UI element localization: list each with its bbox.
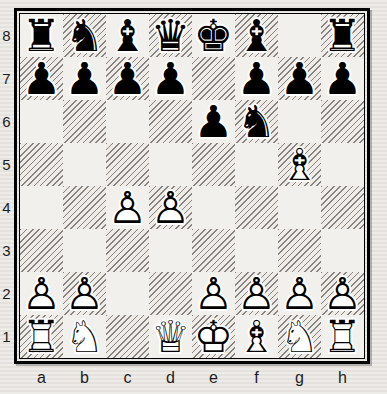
white-pawn-a2: ♟♙ xyxy=(20,272,63,315)
piece-glyph: ♚ xyxy=(194,14,233,57)
piece-glyph: ♟ xyxy=(194,100,233,143)
piece-outline-layer: ♔ xyxy=(194,315,233,358)
black-pawn-h7: ♟ xyxy=(321,57,364,100)
square-d6 xyxy=(149,100,192,143)
white-pawn-b2: ♟♙ xyxy=(63,272,106,315)
black-pawn-e6: ♟ xyxy=(192,100,235,143)
square-c1 xyxy=(106,315,149,358)
piece-outline-layer: ♘ xyxy=(280,315,319,358)
file-label-a: a xyxy=(20,366,63,390)
piece-outline-layer: ♗ xyxy=(280,143,319,186)
piece-outline-layer: ♙ xyxy=(65,272,104,315)
square-d8: ♛ xyxy=(149,14,192,57)
rank-label-3: 3 xyxy=(0,229,13,272)
piece-glyph: ♟ xyxy=(323,57,362,100)
square-f4 xyxy=(235,186,278,229)
black-pawn-a7: ♟ xyxy=(20,57,63,100)
white-bishop-f1: ♝♗ xyxy=(235,315,278,358)
white-pawn-f2: ♟♙ xyxy=(235,272,278,315)
square-d4: ♟♙ xyxy=(149,186,192,229)
square-f6: ♞ xyxy=(235,100,278,143)
white-knight-g1: ♞♘ xyxy=(278,315,321,358)
white-pawn-e2: ♟♙ xyxy=(192,272,235,315)
square-f3 xyxy=(235,229,278,272)
square-e4 xyxy=(192,186,235,229)
square-c4: ♟♙ xyxy=(106,186,149,229)
white-pawn-g2: ♟♙ xyxy=(278,272,321,315)
square-b6 xyxy=(63,100,106,143)
square-f5 xyxy=(235,143,278,186)
rank-label-7: 7 xyxy=(0,57,13,100)
square-a8: ♜ xyxy=(20,14,63,57)
square-g4 xyxy=(278,186,321,229)
square-e8: ♚ xyxy=(192,14,235,57)
square-a4 xyxy=(20,186,63,229)
square-a3 xyxy=(20,229,63,272)
black-bishop-f8: ♝ xyxy=(235,14,278,57)
file-label-e: e xyxy=(192,366,235,390)
piece-glyph: ♛ xyxy=(151,14,190,57)
square-c6 xyxy=(106,100,149,143)
square-b2: ♟♙ xyxy=(63,272,106,315)
square-b8: ♞ xyxy=(63,14,106,57)
piece-outline-layer: ♙ xyxy=(280,272,319,315)
square-g3 xyxy=(278,229,321,272)
square-a1: ♜♖ xyxy=(20,315,63,358)
square-e2: ♟♙ xyxy=(192,272,235,315)
square-f8: ♝ xyxy=(235,14,278,57)
white-rook-a1: ♜♖ xyxy=(20,315,63,358)
piece-glyph: ♟ xyxy=(280,57,319,100)
square-h8: ♜ xyxy=(321,14,364,57)
piece-outline-layer: ♙ xyxy=(108,186,147,229)
square-e6: ♟ xyxy=(192,100,235,143)
file-label-b: b xyxy=(63,366,106,390)
file-label-h: h xyxy=(321,366,364,390)
white-knight-b1: ♞♘ xyxy=(63,315,106,358)
piece-outline-layer: ♙ xyxy=(237,272,276,315)
black-pawn-g7: ♟ xyxy=(278,57,321,100)
white-queen-d1: ♛♕ xyxy=(149,315,192,358)
piece-glyph: ♟ xyxy=(65,57,104,100)
file-label-f: f xyxy=(235,366,278,390)
square-h5 xyxy=(321,143,364,186)
square-d5 xyxy=(149,143,192,186)
square-a2: ♟♙ xyxy=(20,272,63,315)
piece-glyph: ♞ xyxy=(65,14,104,57)
piece-glyph: ♟ xyxy=(151,57,190,100)
square-f2: ♟♙ xyxy=(235,272,278,315)
square-b1: ♞♘ xyxy=(63,315,106,358)
white-pawn-d4: ♟♙ xyxy=(149,186,192,229)
square-e1: ♚♔ xyxy=(192,315,235,358)
rank-label-8: 8 xyxy=(0,14,13,57)
square-a5 xyxy=(20,143,63,186)
square-c3 xyxy=(106,229,149,272)
rank-label-6: 6 xyxy=(0,100,13,143)
piece-outline-layer: ♙ xyxy=(151,186,190,229)
piece-glyph: ♝ xyxy=(237,14,276,57)
square-f1: ♝♗ xyxy=(235,315,278,358)
square-c5 xyxy=(106,143,149,186)
piece-outline-layer: ♕ xyxy=(151,315,190,358)
square-b4 xyxy=(63,186,106,229)
rank-label-2: 2 xyxy=(0,272,13,315)
square-d2 xyxy=(149,272,192,315)
black-knight-b8: ♞ xyxy=(63,14,106,57)
black-pawn-c7: ♟ xyxy=(106,57,149,100)
black-queen-d8: ♛ xyxy=(149,14,192,57)
piece-glyph: ♟ xyxy=(237,57,276,100)
square-h2: ♟♙ xyxy=(321,272,364,315)
square-h1: ♜♖ xyxy=(321,315,364,358)
square-g6 xyxy=(278,100,321,143)
piece-outline-layer: ♖ xyxy=(323,315,362,358)
file-labels: abcdefgh xyxy=(20,366,364,390)
square-e7 xyxy=(192,57,235,100)
piece-glyph: ♞ xyxy=(237,100,276,143)
piece-outline-layer: ♘ xyxy=(65,315,104,358)
piece-glyph: ♝ xyxy=(108,14,147,57)
file-label-d: d xyxy=(149,366,192,390)
black-bishop-c8: ♝ xyxy=(106,14,149,57)
black-rook-h8: ♜ xyxy=(321,14,364,57)
white-pawn-h2: ♟♙ xyxy=(321,272,364,315)
square-g5: ♝♗ xyxy=(278,143,321,186)
chess-board: ♜♞♝♛♚♝♜♟♟♟♟♟♟♟♟♞♝♗♟♙♟♙♟♙♟♙♟♙♟♙♟♙♟♙♜♖♞♘♛♕… xyxy=(19,13,365,359)
rank-label-1: 1 xyxy=(0,315,13,358)
piece-outline-layer: ♙ xyxy=(194,272,233,315)
chess-diagram-page: 87654321 ♜♞♝♛♚♝♜♟♟♟♟♟♟♟♟♞♝♗♟♙♟♙♟♙♟♙♟♙♟♙♟… xyxy=(0,0,387,394)
white-pawn-c4: ♟♙ xyxy=(106,186,149,229)
piece-glyph: ♟ xyxy=(108,57,147,100)
square-a6 xyxy=(20,100,63,143)
square-g2: ♟♙ xyxy=(278,272,321,315)
board-frame: ♜♞♝♛♚♝♜♟♟♟♟♟♟♟♟♞♝♗♟♙♟♙♟♙♟♙♟♙♟♙♟♙♟♙♜♖♞♘♛♕… xyxy=(14,8,370,364)
rank-labels: 87654321 xyxy=(0,14,13,358)
square-e5 xyxy=(192,143,235,186)
piece-outline-layer: ♖ xyxy=(22,315,61,358)
file-label-g: g xyxy=(278,366,321,390)
square-b5 xyxy=(63,143,106,186)
white-rook-h1: ♜♖ xyxy=(321,315,364,358)
square-f7: ♟ xyxy=(235,57,278,100)
file-label-c: c xyxy=(106,366,149,390)
square-g7: ♟ xyxy=(278,57,321,100)
square-b3 xyxy=(63,229,106,272)
piece-outline-layer: ♙ xyxy=(22,272,61,315)
piece-glyph: ♟ xyxy=(22,57,61,100)
square-d7: ♟ xyxy=(149,57,192,100)
square-h4 xyxy=(321,186,364,229)
square-b7: ♟ xyxy=(63,57,106,100)
square-d3 xyxy=(149,229,192,272)
square-g8 xyxy=(278,14,321,57)
white-bishop-g5: ♝♗ xyxy=(278,143,321,186)
rank-label-4: 4 xyxy=(0,186,13,229)
square-h6 xyxy=(321,100,364,143)
black-pawn-b7: ♟ xyxy=(63,57,106,100)
black-rook-a8: ♜ xyxy=(20,14,63,57)
black-pawn-d7: ♟ xyxy=(149,57,192,100)
square-a7: ♟ xyxy=(20,57,63,100)
square-c2 xyxy=(106,272,149,315)
square-e3 xyxy=(192,229,235,272)
white-king-e1: ♚♔ xyxy=(192,315,235,358)
piece-outline-layer: ♙ xyxy=(323,272,362,315)
square-h7: ♟ xyxy=(321,57,364,100)
black-king-e8: ♚ xyxy=(192,14,235,57)
black-pawn-f7: ♟ xyxy=(235,57,278,100)
piece-glyph: ♜ xyxy=(22,14,61,57)
square-d1: ♛♕ xyxy=(149,315,192,358)
black-knight-f6: ♞ xyxy=(235,100,278,143)
square-c7: ♟ xyxy=(106,57,149,100)
piece-outline-layer: ♗ xyxy=(237,315,276,358)
rank-label-5: 5 xyxy=(0,143,13,186)
square-c8: ♝ xyxy=(106,14,149,57)
square-h3 xyxy=(321,229,364,272)
piece-glyph: ♜ xyxy=(323,14,362,57)
square-g1: ♞♘ xyxy=(278,315,321,358)
